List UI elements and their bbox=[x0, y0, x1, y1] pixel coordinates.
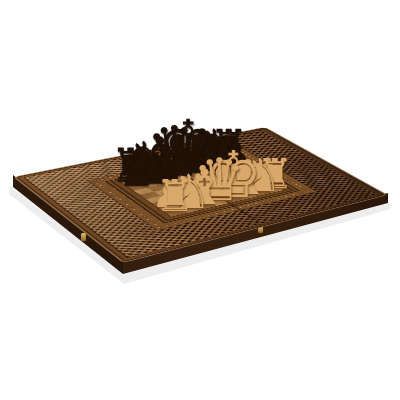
piece-black-pawn-a7[interactable]: ♟ bbox=[119, 152, 154, 192]
piece-white-rook-a1[interactable]: ♜ bbox=[155, 175, 194, 219]
product-photo-stage: ♜♞♝♛♚♝♞♜♟♟♟♟♟♟♟♟♟♟♟♟♟♟♟♟♜♞♝♛♚♝♞♜ bbox=[0, 0, 400, 400]
